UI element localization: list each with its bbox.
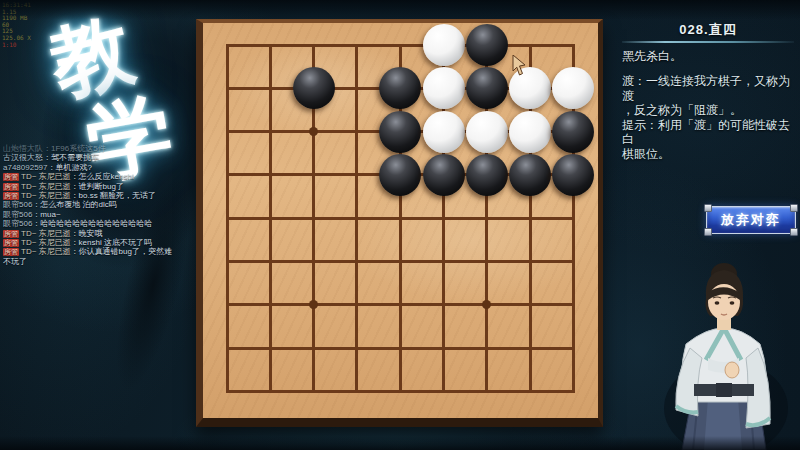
puzzle-objective: 黑先杀白。 <box>622 48 682 65</box>
corner-ornament <box>704 204 712 212</box>
stone-white <box>423 111 465 153</box>
game-screen: 教 学 16:31:411.151190 MB60125125.06 X1:10… <box>0 0 800 450</box>
chat-username: TD~ 东尼已逝： <box>21 229 79 238</box>
chat-username: a748092597： <box>3 163 56 172</box>
chat-message: 不玩了 <box>3 257 198 266</box>
chat-username: 眼帘506： <box>3 200 40 209</box>
chat-username: TD~ 东尼已逝： <box>21 247 79 256</box>
stone-white <box>466 111 508 153</box>
stone-black <box>423 154 465 196</box>
chat-text: kenshi 这底不玩了吗 <box>79 238 152 247</box>
stone-black <box>552 111 594 153</box>
star-point <box>482 300 491 309</box>
explanation-line: 棋眼位。 <box>622 147 800 162</box>
chat-text: 驾不需要挑车 <box>51 153 99 162</box>
moderator-badge: 房管 <box>3 173 19 181</box>
grid-line <box>226 390 575 393</box>
stone-black <box>466 67 508 109</box>
chat-username: 山炮悟大队： <box>3 144 51 153</box>
debug-line: 1:10 <box>2 42 31 49</box>
grid-line <box>226 217 575 220</box>
stone-black <box>466 154 508 196</box>
moderator-badge: 房管 <box>3 239 19 247</box>
chat-message: 房管TD~ 东尼已逝：bo.ss 翻脸死，无话了 <box>3 191 198 200</box>
stone-black <box>293 67 335 109</box>
grid-line <box>226 303 575 306</box>
chat-message: 房管TD~ 东尼已逝：谁判断bug了 <box>3 182 198 191</box>
chat-overlay: 山炮悟大队：1F96系统这5件古汉很大怒：驾不需要挑车a748092597：单机… <box>3 144 198 266</box>
chat-message: 眼帘506：怎么布覆地 泊的dlc吗 <box>3 200 198 209</box>
chat-text: mua~ <box>40 210 60 219</box>
moderator-badge: 房管 <box>3 248 19 256</box>
chat-text: 单机游戏? <box>56 163 92 172</box>
chat-text: bo.ss 翻脸死，无话了 <box>79 191 156 200</box>
explanation-line: ，反之称为「阻渡」。 <box>622 103 800 118</box>
stone-black <box>379 154 421 196</box>
chat-username: TD~ 东尼已逝： <box>21 182 79 191</box>
stone-white <box>423 24 465 66</box>
chat-text: 你认真通错bug了，突然难 <box>79 247 172 256</box>
chat-text: 1F96系统这5件 <box>51 144 106 153</box>
resign-button[interactable]: 放弃对弈 <box>706 206 796 234</box>
stone-black <box>379 111 421 153</box>
stone-black <box>552 154 594 196</box>
chat-message: 眼帘506：哈哈哈哈哈哈哈哈哈哈哈哈哈哈 <box>3 219 198 228</box>
moderator-badge: 房管 <box>3 230 19 238</box>
chat-text: 晚安哦 <box>79 229 103 238</box>
moderator-badge: 房管 <box>3 192 19 200</box>
cursor-icon <box>512 55 528 80</box>
explanation-line: 渡：一线连接我方棋子，又称为渡 <box>622 74 800 103</box>
moderator-badge: 房管 <box>3 183 19 191</box>
explanation-line: 提示：利用「渡」的可能性破去白 <box>622 118 800 147</box>
chat-message: 眼帘506：mua~ <box>3 210 198 219</box>
star-point <box>309 127 318 136</box>
chat-text: 怎么布覆地 泊的dlc吗 <box>40 200 116 209</box>
chat-username: 古汉很大怒： <box>3 153 51 162</box>
chat-message: 房管TD~ 东尼已逝：你认真通错bug了，突然难 <box>3 247 198 256</box>
corner-ornament <box>790 228 798 236</box>
debug-overlay: 16:31:411.151190 MB60125125.06 X1:10 <box>2 2 31 48</box>
chat-username: 眼帘506： <box>3 219 40 228</box>
stone-white <box>552 67 594 109</box>
stone-black <box>509 154 551 196</box>
stone-white <box>423 67 465 109</box>
puzzle-explanation: 渡：一线连接我方棋子，又称为渡 ，反之称为「阻渡」。 提示：利用「渡」的可能性破… <box>622 74 800 161</box>
grid-line <box>226 347 575 350</box>
chat-username: TD~ 东尼已逝： <box>21 172 79 181</box>
title-divider <box>622 41 794 43</box>
star-point <box>309 300 318 309</box>
chat-message: 房管TD~ 东尼已逝：kenshi 这底不玩了吗 <box>3 238 198 247</box>
chat-message: 房管TD~ 东尼已逝：怎么反应kenshi <box>3 172 198 181</box>
chat-message: a748092597：单机游戏? <box>3 163 198 172</box>
stone-black <box>379 67 421 109</box>
corner-ornament <box>790 204 798 212</box>
grid-line <box>226 260 575 263</box>
resign-button-label: 放弃对弈 <box>721 212 781 227</box>
corner-ornament <box>704 228 712 236</box>
chat-message: 古汉很大怒：驾不需要挑车 <box>3 153 198 162</box>
chat-text: 不玩了 <box>3 257 27 266</box>
chat-message: 山炮悟大队：1F96系统这5件 <box>3 144 198 153</box>
npc-character <box>646 258 800 450</box>
stone-white <box>509 111 551 153</box>
stone-black <box>466 24 508 66</box>
chat-username: TD~ 东尼已逝： <box>21 191 79 200</box>
go-board[interactable] <box>196 19 603 427</box>
chat-username: 眼帘506： <box>3 210 40 219</box>
puzzle-title: 028.直四 <box>618 21 798 39</box>
chat-text: 谁判断bug了 <box>79 182 124 191</box>
chat-text: 哈哈哈哈哈哈哈哈哈哈哈哈哈哈 <box>40 219 152 228</box>
chat-username: TD~ 东尼已逝： <box>21 238 79 247</box>
chat-message: 房管TD~ 东尼已逝：晚安哦 <box>3 229 198 238</box>
chat-text: 怎么反应kenshi <box>79 172 134 181</box>
